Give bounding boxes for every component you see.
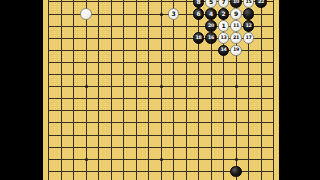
grid-line-vertical <box>273 0 274 180</box>
hoshi-point <box>235 85 238 88</box>
stone-white-17: 17 <box>243 32 255 44</box>
move-number: 11 <box>233 24 239 29</box>
grid-line-horizontal <box>48 122 274 123</box>
grid-line-vertical <box>148 0 149 180</box>
move-number: 13 <box>221 36 227 41</box>
stone-black-20: 20 <box>205 20 217 32</box>
grid-line-vertical <box>136 0 137 180</box>
stone-white-1: 1 <box>218 20 230 32</box>
move-number: 1 <box>221 23 225 29</box>
move-number: 22 <box>258 0 264 4</box>
stone-white-19: 19 <box>230 45 242 57</box>
stone-black-14: 14 <box>218 45 230 57</box>
stone-white-7: 7 <box>218 0 230 8</box>
stone-black-10: 10 <box>230 0 242 8</box>
move-number: 2 <box>221 11 225 17</box>
video-frame: 12345678910111213141516171819202122 <box>0 0 320 180</box>
hoshi-point <box>160 85 163 88</box>
stone-black-12: 12 <box>243 20 255 32</box>
stone-white-21: 21 <box>230 32 242 44</box>
stone-white-5: 5 <box>205 0 217 8</box>
move-number: 6 <box>196 11 200 17</box>
move-number: 20 <box>208 24 214 29</box>
grid-line-horizontal <box>48 62 274 63</box>
stone-black-8: 8 <box>193 0 205 8</box>
grid-line-horizontal <box>48 135 274 136</box>
grid-line-vertical <box>61 0 62 180</box>
move-number: 12 <box>246 24 252 29</box>
stone-black-22: 22 <box>255 0 267 8</box>
hoshi-point <box>85 158 88 161</box>
stone-white-9: 9 <box>230 8 242 20</box>
hoshi-point <box>235 158 238 161</box>
grid-line-vertical <box>98 0 99 180</box>
move-number: 21 <box>233 36 239 41</box>
hoshi-point <box>85 85 88 88</box>
stone-black-setup <box>230 166 242 178</box>
grid-line-vertical <box>123 0 124 180</box>
move-number: 19 <box>233 48 239 53</box>
stone-white-15: 15 <box>243 0 255 8</box>
grid-line-vertical <box>261 0 262 180</box>
stone-black-setup <box>243 8 255 20</box>
stone-black-16: 16 <box>205 32 217 44</box>
hoshi-point <box>160 158 163 161</box>
hoshi-point <box>160 13 163 16</box>
move-number: 4 <box>209 11 213 17</box>
go-board: 12345678910111213141516171819202122 <box>43 0 279 180</box>
move-number: 3 <box>171 11 175 17</box>
grid-line-vertical <box>161 0 162 180</box>
move-number: 17 <box>246 36 252 41</box>
move-number: 7 <box>221 0 225 5</box>
grid-line-horizontal <box>48 147 274 148</box>
grid-line-vertical <box>48 0 49 180</box>
stone-black-6: 6 <box>193 8 205 20</box>
grid-line-horizontal <box>48 110 274 111</box>
stone-black-4: 4 <box>205 8 217 20</box>
move-number: 5 <box>209 0 213 5</box>
grid-line-vertical <box>111 0 112 180</box>
stone-white-3: 3 <box>168 8 180 20</box>
grid-line-vertical <box>186 0 187 180</box>
move-number: 18 <box>196 36 202 41</box>
grid-line-vertical <box>173 0 174 180</box>
grid-line-horizontal <box>48 74 274 75</box>
move-number: 9 <box>234 11 238 17</box>
move-number: 8 <box>196 0 200 5</box>
stone-white-13: 13 <box>218 32 230 44</box>
grid-line-vertical <box>198 0 199 180</box>
stone-black-18: 18 <box>193 32 205 44</box>
move-number: 14 <box>221 48 227 53</box>
grid-line-horizontal <box>48 98 274 99</box>
stone-black-2: 2 <box>218 8 230 20</box>
move-number: 16 <box>208 36 214 41</box>
grid-line-vertical <box>73 0 74 180</box>
stone-white-11: 11 <box>230 20 242 32</box>
grid-line-vertical <box>86 0 87 180</box>
move-number: 15 <box>246 0 252 4</box>
stone-white-setup <box>80 8 92 20</box>
move-number: 10 <box>233 0 239 4</box>
